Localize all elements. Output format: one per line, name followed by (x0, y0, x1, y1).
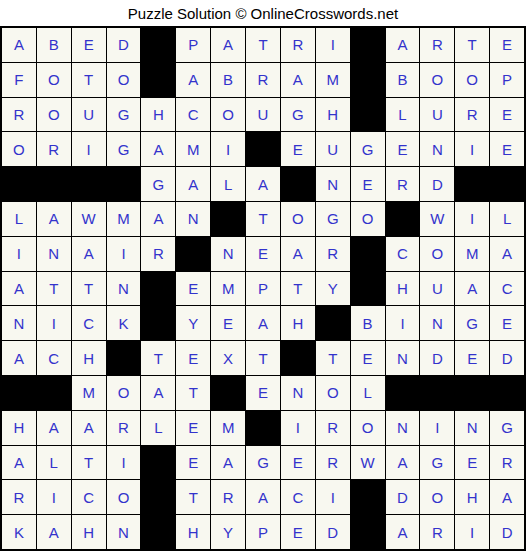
letter-cell: N (316, 167, 350, 201)
letter-cell: I (107, 446, 141, 480)
letter-cell: O (420, 237, 454, 271)
letter-cell: C (281, 480, 315, 514)
letter-cell: A (246, 480, 280, 514)
letter-cell: E (176, 272, 210, 306)
letter-cell: O (351, 411, 385, 445)
letter-cell: O (281, 202, 315, 236)
letter-cell: Y (211, 515, 245, 549)
letter-cell: P (490, 63, 524, 97)
letter-cell: E (386, 132, 420, 166)
block-cell (455, 376, 489, 410)
letter-cell: R (2, 98, 36, 132)
block-cell (351, 480, 385, 514)
letter-cell: A (281, 237, 315, 271)
letter-cell: T (281, 272, 315, 306)
letter-cell: R (2, 480, 36, 514)
block-cell (351, 63, 385, 97)
block-cell (420, 376, 454, 410)
block-cell (386, 202, 420, 236)
letter-cell: I (37, 306, 71, 340)
letter-cell: R (246, 63, 280, 97)
page: Puzzle Solution © OnlineCrosswords.net A… (0, 0, 526, 551)
letter-cell: E (281, 515, 315, 549)
letter-cell: F (2, 63, 36, 97)
letter-cell: L (141, 411, 175, 445)
letter-cell: O (107, 480, 141, 514)
letter-cell: A (141, 376, 175, 410)
letter-cell: T (455, 28, 489, 62)
block-cell (351, 98, 385, 132)
letter-cell: N (211, 237, 245, 271)
letter-cell: G (107, 132, 141, 166)
letter-cell: A (246, 167, 280, 201)
letter-cell: A (386, 515, 420, 549)
letter-cell: L (490, 202, 524, 236)
block-cell (141, 63, 175, 97)
letter-cell: E (281, 446, 315, 480)
crossword-grid: ABEDPATRIARTEFOTOABRAMBOOPROUGHCOUGHLURE… (0, 26, 526, 551)
letter-cell: G (316, 202, 350, 236)
letter-cell: R (107, 411, 141, 445)
block-cell (37, 376, 71, 410)
letter-cell: C (72, 480, 106, 514)
letter-cell: D (107, 28, 141, 62)
letter-cell: I (316, 480, 350, 514)
letter-cell: U (420, 98, 454, 132)
letter-cell: M (107, 202, 141, 236)
letter-cell: A (37, 411, 71, 445)
letter-cell: I (37, 480, 71, 514)
letter-cell: O (107, 63, 141, 97)
letter-cell: Y (316, 272, 350, 306)
letter-cell: E (455, 341, 489, 375)
block-cell (281, 167, 315, 201)
letter-cell: A (455, 272, 489, 306)
letter-cell: A (211, 446, 245, 480)
letter-cell: E (211, 306, 245, 340)
block-cell (141, 306, 175, 340)
letter-cell: H (281, 306, 315, 340)
letter-cell: T (37, 272, 71, 306)
letter-cell: A (176, 63, 210, 97)
block-cell (2, 167, 36, 201)
letter-cell: P (246, 515, 280, 549)
letter-cell: R (316, 237, 350, 271)
letter-cell: L (351, 376, 385, 410)
letter-cell: G (281, 98, 315, 132)
letter-cell: E (176, 411, 210, 445)
block-cell (107, 167, 141, 201)
letter-cell: M (176, 132, 210, 166)
block-cell (490, 167, 524, 201)
letter-cell: I (211, 132, 245, 166)
letter-cell: E (246, 237, 280, 271)
letter-cell: H (141, 98, 175, 132)
letter-cell: U (246, 98, 280, 132)
letter-cell: H (455, 480, 489, 514)
letter-cell: T (316, 341, 350, 375)
letter-cell: E (176, 446, 210, 480)
block-cell (176, 237, 210, 271)
letter-cell: E (455, 446, 489, 480)
block-cell (246, 132, 280, 166)
letter-cell: L (386, 98, 420, 132)
letter-cell: L (37, 446, 71, 480)
letter-cell: I (455, 515, 489, 549)
letter-cell: Y (176, 306, 210, 340)
letter-cell: I (281, 411, 315, 445)
letter-cell: R (316, 411, 350, 445)
block-cell (141, 446, 175, 480)
block-cell (281, 341, 315, 375)
letter-cell: H (176, 515, 210, 549)
letter-cell: R (141, 237, 175, 271)
block-cell (246, 411, 280, 445)
letter-cell: B (37, 28, 71, 62)
letter-cell: O (37, 98, 71, 132)
letter-cell: I (316, 28, 350, 62)
block-cell (351, 272, 385, 306)
block-cell (351, 237, 385, 271)
letter-cell: T (72, 446, 106, 480)
letter-cell: R (455, 98, 489, 132)
letter-cell: C (72, 306, 106, 340)
letter-cell: N (281, 376, 315, 410)
letter-cell: E (351, 167, 385, 201)
letter-cell: W (72, 202, 106, 236)
block-cell (316, 306, 350, 340)
block-cell (490, 376, 524, 410)
letter-cell: O (316, 376, 350, 410)
letter-cell: I (420, 411, 454, 445)
letter-cell: D (490, 515, 524, 549)
letter-cell: I (455, 202, 489, 236)
letter-cell: A (490, 480, 524, 514)
letter-cell: O (37, 63, 71, 97)
letter-cell: O (420, 480, 454, 514)
letter-cell: I (107, 237, 141, 271)
letter-cell: M (211, 272, 245, 306)
letter-cell: G (141, 167, 175, 201)
block-cell (455, 167, 489, 201)
block-cell (72, 167, 106, 201)
letter-cell: E (490, 132, 524, 166)
letter-cell: H (72, 515, 106, 549)
letter-cell: A (2, 446, 36, 480)
letter-cell: N (420, 306, 454, 340)
letter-cell: D (316, 515, 350, 549)
letter-cell: B (351, 306, 385, 340)
block-cell (386, 376, 420, 410)
letter-cell: I (455, 132, 489, 166)
letter-cell: R (490, 446, 524, 480)
letter-cell: A (2, 341, 36, 375)
letter-cell: O (2, 132, 36, 166)
letter-cell: A (37, 202, 71, 236)
letter-cell: N (386, 341, 420, 375)
letter-cell: C (176, 98, 210, 132)
letter-cell: R (420, 515, 454, 549)
letter-cell: C (37, 341, 71, 375)
letter-cell: K (2, 515, 36, 549)
letter-cell: A (72, 237, 106, 271)
letter-cell: G (351, 132, 385, 166)
letter-cell: N (107, 272, 141, 306)
letter-cell: H (386, 272, 420, 306)
letter-cell: W (420, 202, 454, 236)
letter-cell: W (351, 446, 385, 480)
letter-cell: T (246, 341, 280, 375)
letter-cell: M (211, 411, 245, 445)
letter-cell: R (386, 167, 420, 201)
letter-cell: H (72, 341, 106, 375)
letter-cell: T (72, 63, 106, 97)
letter-cell: C (490, 272, 524, 306)
block-cell (141, 272, 175, 306)
letter-cell: L (211, 167, 245, 201)
block-cell (351, 515, 385, 549)
letter-cell: M (72, 376, 106, 410)
letter-cell: E (490, 28, 524, 62)
letter-cell: D (420, 167, 454, 201)
block-cell (141, 28, 175, 62)
letter-cell: H (2, 411, 36, 445)
letter-cell: P (176, 28, 210, 62)
letter-cell: N (107, 515, 141, 549)
letter-cell: E (490, 306, 524, 340)
block-cell (211, 376, 245, 410)
letter-cell: G (455, 306, 489, 340)
letter-cell: A (246, 306, 280, 340)
letter-cell: L (2, 202, 36, 236)
letter-cell: U (420, 272, 454, 306)
letter-cell: B (211, 63, 245, 97)
letter-cell: U (72, 98, 106, 132)
letter-cell: A (211, 28, 245, 62)
letter-cell: A (141, 132, 175, 166)
letter-cell: N (386, 411, 420, 445)
letter-cell: G (490, 411, 524, 445)
letter-cell: G (107, 98, 141, 132)
letter-cell: G (246, 446, 280, 480)
letter-cell: T (141, 341, 175, 375)
letter-cell: U (316, 132, 350, 166)
letter-cell: E (246, 376, 280, 410)
letter-cell: G (420, 446, 454, 480)
page-title: Puzzle Solution © OnlineCrosswords.net (0, 0, 526, 26)
letter-cell: R (281, 28, 315, 62)
letter-cell: C (386, 237, 420, 271)
letter-cell: A (176, 167, 210, 201)
letter-cell: D (420, 341, 454, 375)
letter-cell: P (246, 272, 280, 306)
letter-cell: O (455, 63, 489, 97)
letter-cell: A (72, 411, 106, 445)
letter-cell: T (176, 376, 210, 410)
letter-cell: R (37, 132, 71, 166)
letter-cell: I (2, 237, 36, 271)
letter-cell: O (107, 376, 141, 410)
letter-cell: I (72, 132, 106, 166)
letter-cell: R (316, 446, 350, 480)
letter-cell: M (455, 237, 489, 271)
letter-cell: N (420, 132, 454, 166)
letter-cell: R (420, 28, 454, 62)
letter-cell: X (211, 341, 245, 375)
letter-cell: A (386, 446, 420, 480)
letter-cell: A (281, 63, 315, 97)
letter-cell: B (386, 63, 420, 97)
letter-cell: T (246, 202, 280, 236)
letter-cell: E (72, 28, 106, 62)
block-cell (211, 202, 245, 236)
letter-cell: O (420, 63, 454, 97)
letter-cell: E (281, 132, 315, 166)
letter-cell: I (386, 306, 420, 340)
letter-cell: A (141, 202, 175, 236)
letter-cell: T (176, 480, 210, 514)
letter-cell: N (37, 237, 71, 271)
letter-cell: A (386, 28, 420, 62)
letter-cell: K (107, 306, 141, 340)
letter-cell: T (246, 28, 280, 62)
letter-cell: E (490, 98, 524, 132)
block-cell (351, 28, 385, 62)
letter-cell: O (351, 202, 385, 236)
letter-cell: N (455, 411, 489, 445)
letter-cell: D (386, 480, 420, 514)
letter-cell: E (176, 341, 210, 375)
letter-cell: H (316, 98, 350, 132)
letter-cell: A (2, 272, 36, 306)
block-cell (107, 341, 141, 375)
letter-cell: E (351, 341, 385, 375)
letter-cell: T (72, 272, 106, 306)
block-cell (37, 167, 71, 201)
letter-cell: O (211, 98, 245, 132)
letter-cell: N (176, 202, 210, 236)
block-cell (141, 515, 175, 549)
letter-cell: A (37, 515, 71, 549)
letter-cell: D (490, 341, 524, 375)
letter-cell: N (2, 306, 36, 340)
letter-cell: A (2, 28, 36, 62)
block-cell (141, 480, 175, 514)
block-cell (2, 376, 36, 410)
letter-cell: A (490, 237, 524, 271)
letter-cell: R (211, 480, 245, 514)
letter-cell: M (316, 63, 350, 97)
